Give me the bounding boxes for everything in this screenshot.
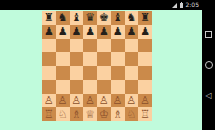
square-g8[interactable]: ♞ — [125, 11, 139, 25]
square-e8[interactable]: ♚ — [97, 11, 111, 25]
black-bishop: ♝ — [113, 12, 123, 23]
white-pawn: ♙ — [71, 95, 81, 106]
square-e4[interactable] — [97, 66, 111, 80]
square-c6[interactable] — [70, 39, 84, 53]
square-h7[interactable]: ♟ — [138, 25, 152, 39]
black-pawn: ♟ — [71, 26, 81, 37]
black-rook: ♜ — [140, 12, 150, 23]
square-f4[interactable] — [111, 66, 125, 80]
square-c1[interactable]: ♗ — [70, 107, 84, 121]
square-e3[interactable] — [97, 80, 111, 94]
home-button[interactable] — [205, 61, 213, 69]
back-button[interactable]: ◁ — [205, 92, 211, 100]
white-rook: ♖ — [44, 109, 54, 120]
square-d7[interactable]: ♟ — [83, 25, 97, 39]
square-g7[interactable]: ♟ — [125, 25, 139, 39]
square-h6[interactable] — [138, 39, 152, 53]
square-b5[interactable] — [56, 52, 70, 66]
square-e6[interactable] — [97, 39, 111, 53]
white-rook: ♖ — [140, 109, 150, 120]
square-a2[interactable]: ♙ — [42, 94, 56, 108]
status-bar: 2:05 — [0, 0, 215, 10]
black-pawn: ♟ — [126, 26, 136, 37]
white-pawn: ♙ — [44, 95, 54, 106]
white-pawn: ♙ — [140, 95, 150, 106]
square-c7[interactable]: ♟ — [70, 25, 84, 39]
recents-button[interactable] — [205, 31, 212, 38]
square-h3[interactable] — [138, 80, 152, 94]
square-a4[interactable] — [42, 66, 56, 80]
white-pawn: ♙ — [85, 95, 95, 106]
square-b3[interactable] — [56, 80, 70, 94]
square-c5[interactable] — [70, 52, 84, 66]
black-king: ♚ — [99, 12, 109, 23]
square-c3[interactable] — [70, 80, 84, 94]
chess-board[interactable]: ♜♞♝♛♚♝♞♜♟♟♟♟♟♟♟♟♙♙♙♙♙♙♙♙♖♘♗♕♔♗♘♖ — [42, 11, 152, 121]
white-knight: ♘ — [58, 109, 68, 120]
square-e1[interactable]: ♔ — [97, 107, 111, 121]
square-b2[interactable]: ♙ — [56, 94, 70, 108]
square-b6[interactable] — [56, 39, 70, 53]
white-knight: ♘ — [126, 109, 136, 120]
square-g1[interactable]: ♘ — [125, 107, 139, 121]
square-c8[interactable]: ♝ — [70, 11, 84, 25]
square-a7[interactable]: ♟ — [42, 25, 56, 39]
square-c2[interactable]: ♙ — [70, 94, 84, 108]
square-h5[interactable] — [138, 52, 152, 66]
white-pawn: ♙ — [113, 95, 123, 106]
clock-text: 2:05 — [186, 2, 199, 8]
back-icon: ◁ — [205, 92, 211, 100]
square-g2[interactable]: ♙ — [125, 94, 139, 108]
square-f6[interactable] — [111, 39, 125, 53]
white-queen: ♕ — [85, 109, 95, 120]
square-f5[interactable] — [111, 52, 125, 66]
square-f3[interactable] — [111, 80, 125, 94]
square-g6[interactable] — [125, 39, 139, 53]
black-queen: ♛ — [85, 12, 95, 23]
android-screen: 2:05 ♜♞♝♛♚♝♞♜♟♟♟♟♟♟♟♟♙♙♙♙♙♙♙♙♖♘♗♕♔♗♘♖ ◁ — [0, 0, 215, 130]
square-g4[interactable] — [125, 66, 139, 80]
chess-app-surface: ♜♞♝♛♚♝♞♜♟♟♟♟♟♟♟♟♙♙♙♙♙♙♙♙♖♘♗♕♔♗♘♖ — [0, 10, 202, 130]
square-b1[interactable]: ♘ — [56, 107, 70, 121]
square-d4[interactable] — [83, 66, 97, 80]
square-a6[interactable] — [42, 39, 56, 53]
white-pawn: ♙ — [58, 95, 68, 106]
square-e7[interactable]: ♟ — [97, 25, 111, 39]
square-b7[interactable]: ♟ — [56, 25, 70, 39]
square-d5[interactable] — [83, 52, 97, 66]
square-g3[interactable] — [125, 80, 139, 94]
navigation-bar: ◁ — [202, 0, 215, 130]
square-f2[interactable]: ♙ — [111, 94, 125, 108]
square-g5[interactable] — [125, 52, 139, 66]
square-d8[interactable]: ♛ — [83, 11, 97, 25]
black-pawn: ♟ — [85, 26, 95, 37]
square-c4[interactable] — [70, 66, 84, 80]
square-d2[interactable]: ♙ — [83, 94, 97, 108]
square-b8[interactable]: ♞ — [56, 11, 70, 25]
square-h1[interactable]: ♖ — [138, 107, 152, 121]
signal-icon — [172, 3, 177, 8]
black-bishop: ♝ — [71, 12, 81, 23]
battery-icon — [180, 3, 183, 8]
square-e5[interactable] — [97, 52, 111, 66]
white-king: ♔ — [99, 109, 109, 120]
square-h2[interactable]: ♙ — [138, 94, 152, 108]
black-pawn: ♟ — [58, 26, 68, 37]
white-pawn: ♙ — [126, 95, 136, 106]
recents-icon — [205, 31, 212, 38]
square-a3[interactable] — [42, 80, 56, 94]
black-knight: ♞ — [58, 12, 68, 23]
square-d6[interactable] — [83, 39, 97, 53]
square-f7[interactable]: ♟ — [111, 25, 125, 39]
black-pawn: ♟ — [113, 26, 123, 37]
square-b4[interactable] — [56, 66, 70, 80]
square-e2[interactable]: ♙ — [97, 94, 111, 108]
black-knight: ♞ — [126, 12, 136, 23]
square-a1[interactable]: ♖ — [42, 107, 56, 121]
square-a8[interactable]: ♜ — [42, 11, 56, 25]
square-f8[interactable]: ♝ — [111, 11, 125, 25]
white-bishop: ♗ — [71, 109, 81, 120]
square-h4[interactable] — [138, 66, 152, 80]
black-pawn: ♟ — [140, 26, 150, 37]
square-d3[interactable] — [83, 80, 97, 94]
white-pawn: ♙ — [99, 95, 109, 106]
square-h8[interactable]: ♜ — [138, 11, 152, 25]
black-pawn: ♟ — [99, 26, 109, 37]
square-f1[interactable]: ♗ — [111, 107, 125, 121]
square-d1[interactable]: ♕ — [83, 107, 97, 121]
black-pawn: ♟ — [44, 26, 54, 37]
square-a5[interactable] — [42, 52, 56, 66]
black-rook: ♜ — [44, 12, 54, 23]
white-bishop: ♗ — [113, 109, 123, 120]
home-icon — [205, 61, 213, 69]
